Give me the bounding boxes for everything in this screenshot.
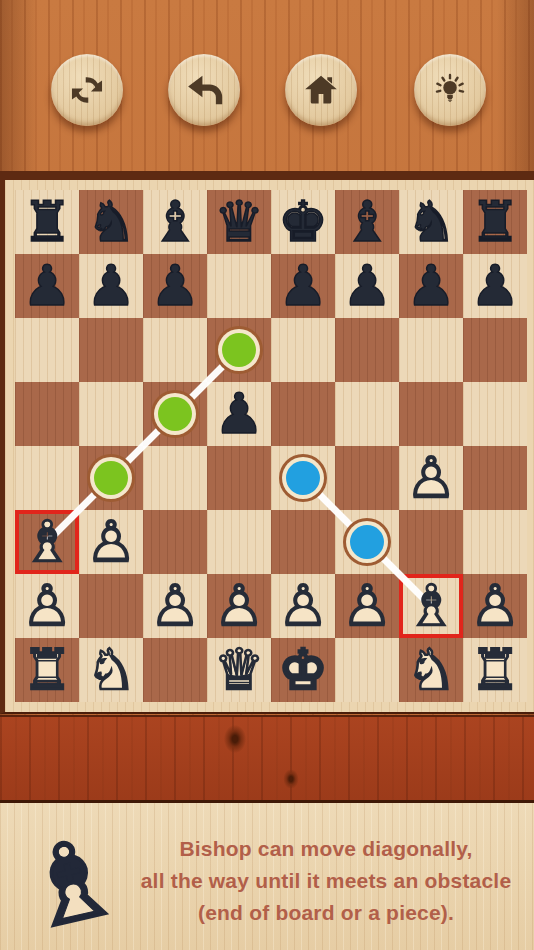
black-knight-b8[interactable]: ♞ (79, 190, 143, 254)
piece-glyph: ♜ (15, 190, 79, 254)
piece-outline: ♙ (335, 574, 399, 638)
white-rook-h1[interactable]: ♜♖ (463, 638, 527, 702)
home-icon (302, 71, 340, 109)
square-c1[interactable] (143, 638, 207, 702)
white-pawn-f2[interactable]: ♟♙ (335, 574, 399, 638)
square-e6[interactable] (271, 318, 335, 382)
white-bishop-a3[interactable]: ♝♗ (15, 510, 79, 574)
white-rook-a1[interactable]: ♜♖ (15, 638, 79, 702)
piece-glyph: ♟ (399, 254, 463, 318)
black-pawn-b7[interactable]: ♟ (79, 254, 143, 318)
square-f4[interactable] (335, 446, 399, 510)
square-g3[interactable] (399, 510, 463, 574)
piece-glyph: ♚ (271, 190, 335, 254)
piece-glyph: ♟ (15, 254, 79, 318)
wood-band-dark (0, 715, 534, 803)
white-knight-g1[interactable]: ♞♘ (399, 638, 463, 702)
green-move-dot-d6[interactable] (222, 333, 256, 367)
wood-knot (224, 725, 246, 753)
white-knight-b1[interactable]: ♞♘ (79, 638, 143, 702)
home-button[interactable] (285, 54, 357, 126)
piece-glyph: ♛ (207, 190, 271, 254)
white-pawn-b3[interactable]: ♟♙ (79, 510, 143, 574)
white-pawn-e2[interactable]: ♟♙ (271, 574, 335, 638)
black-rook-a8[interactable]: ♜ (15, 190, 79, 254)
square-c4[interactable] (143, 446, 207, 510)
lightbulb-icon (431, 71, 469, 109)
green-move-dot-b4[interactable] (94, 461, 128, 495)
black-pawn-e7[interactable]: ♟ (271, 254, 335, 318)
tutorial-line-3: (end of board or a piece). (120, 897, 532, 929)
black-pawn-h7[interactable]: ♟ (463, 254, 527, 318)
white-bishop-g2[interactable]: ♝♗ (399, 574, 463, 638)
restart-button[interactable] (51, 54, 123, 126)
undo-arrow-icon (185, 71, 223, 109)
app-screen: ♜♞♝♛♚♝♞♜♟♟♟♟♟♟♟♟♟♙♝♗♟♙♟♙♟♙♟♙♟♙♟♙♝♗♟♙♜♖♞♘… (0, 0, 534, 950)
piece-outline: ♙ (79, 510, 143, 574)
piece-glyph: ♟ (207, 382, 271, 446)
piece-glyph: ♟ (463, 254, 527, 318)
square-g5[interactable] (399, 382, 463, 446)
square-a5[interactable] (15, 382, 79, 446)
blue-move-dot-f3[interactable] (350, 525, 384, 559)
square-f5[interactable] (335, 382, 399, 446)
black-bishop-f8[interactable]: ♝ (335, 190, 399, 254)
tutorial-line-2: all the way until it meets an obstacle (120, 865, 532, 897)
square-d3[interactable] (207, 510, 271, 574)
piece-glyph: ♟ (143, 254, 207, 318)
square-c6[interactable] (143, 318, 207, 382)
white-pawn-h2[interactable]: ♟♙ (463, 574, 527, 638)
square-e5[interactable] (271, 382, 335, 446)
square-f6[interactable] (335, 318, 399, 382)
black-pawn-f7[interactable]: ♟ (335, 254, 399, 318)
square-b6[interactable] (79, 318, 143, 382)
black-rook-h8[interactable]: ♜ (463, 190, 527, 254)
square-f1[interactable] (335, 638, 399, 702)
square-b5[interactable] (79, 382, 143, 446)
square-d7[interactable] (207, 254, 271, 318)
square-d4[interactable] (207, 446, 271, 510)
square-b2[interactable] (79, 574, 143, 638)
black-bishop-c8[interactable]: ♝ (143, 190, 207, 254)
green-move-dot-c5[interactable] (158, 397, 192, 431)
piece-outline: ♙ (271, 574, 335, 638)
piece-glyph: ♞ (399, 190, 463, 254)
piece-outline: ♗ (15, 510, 79, 574)
piece-outline: ♙ (15, 574, 79, 638)
blue-move-dot-e4[interactable] (286, 461, 320, 495)
tutorial-text: Bishop can move diagonally, all the way … (120, 833, 532, 929)
white-pawn-d2[interactable]: ♟♙ (207, 574, 271, 638)
square-h6[interactable] (463, 318, 527, 382)
square-g6[interactable] (399, 318, 463, 382)
piece-outline: ♖ (463, 638, 527, 702)
wood-knot (283, 769, 298, 789)
black-pawn-g7[interactable]: ♟ (399, 254, 463, 318)
black-king-e8[interactable]: ♚ (271, 190, 335, 254)
piece-glyph: ♝ (143, 190, 207, 254)
white-pawn-c2[interactable]: ♟♙ (143, 574, 207, 638)
square-a4[interactable] (15, 446, 79, 510)
piece-outline: ♙ (399, 446, 463, 510)
piece-outline: ♘ (399, 638, 463, 702)
square-h5[interactable] (463, 382, 527, 446)
black-pawn-a7[interactable]: ♟ (15, 254, 79, 318)
square-c3[interactable] (143, 510, 207, 574)
piece-outline: ♘ (79, 638, 143, 702)
black-queen-d8[interactable]: ♛ (207, 190, 271, 254)
undo-button[interactable] (168, 54, 240, 126)
piece-glyph: ♟ (335, 254, 399, 318)
piece-outline: ♕ (207, 638, 271, 702)
refresh-icon (68, 71, 106, 109)
piece-outline: ♙ (207, 574, 271, 638)
piece-glyph: ♜ (463, 190, 527, 254)
square-h3[interactable] (463, 510, 527, 574)
piece-outline: ♗ (399, 574, 463, 638)
square-a6[interactable] (15, 318, 79, 382)
piece-glyph: ♟ (271, 254, 335, 318)
piece-glyph: ♟ (79, 254, 143, 318)
piece-outline: ♔ (271, 638, 335, 702)
hint-button[interactable] (414, 54, 486, 126)
black-knight-g8[interactable]: ♞ (399, 190, 463, 254)
piece-glyph: ♞ (79, 190, 143, 254)
black-pawn-c7[interactable]: ♟ (143, 254, 207, 318)
piece-outline: ♙ (463, 574, 527, 638)
piece-outline: ♖ (15, 638, 79, 702)
piece-glyph: ♝ (335, 190, 399, 254)
tutorial-line-1: Bishop can move diagonally, (120, 833, 532, 865)
white-king-e1[interactable]: ♚♔ (271, 638, 335, 702)
white-pawn-a2[interactable]: ♟♙ (15, 574, 79, 638)
piece-outline: ♙ (143, 574, 207, 638)
square-h4[interactable] (463, 446, 527, 510)
white-pawn-g4[interactable]: ♟♙ (399, 446, 463, 510)
black-pawn-d5[interactable]: ♟ (207, 382, 271, 446)
white-queen-d1[interactable]: ♛♕ (207, 638, 271, 702)
square-e3[interactable] (271, 510, 335, 574)
